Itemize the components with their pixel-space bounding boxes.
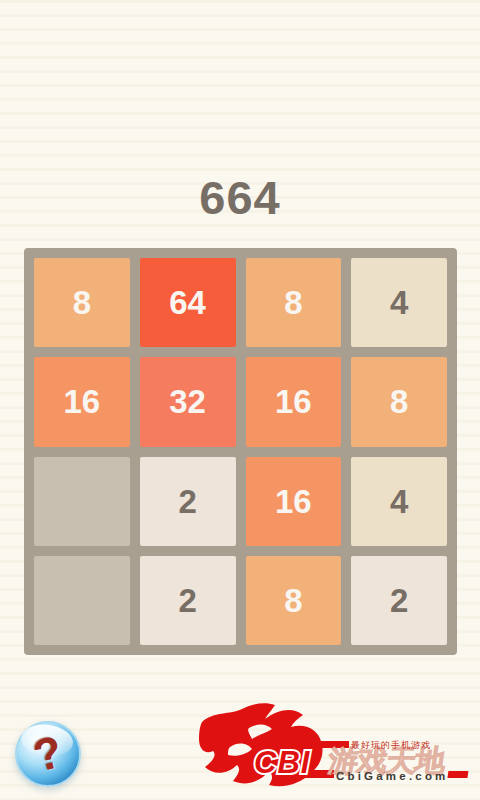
watermark-dash-right [447, 771, 468, 778]
tile-2: 2 [140, 556, 236, 645]
tile-16: 16 [34, 357, 130, 446]
tile-4: 4 [351, 457, 447, 546]
tile-8: 8 [246, 556, 342, 645]
tile-2: 2 [351, 556, 447, 645]
watermark-tagline-cn: 最好玩的手机游戏 [350, 740, 431, 750]
watermark-url-text: CbiGame.com [336, 770, 449, 782]
tile-8: 8 [246, 258, 342, 347]
score-display: 664 [0, 170, 480, 225]
question-mark-icon: ? [12, 721, 85, 786]
tile-16: 16 [246, 457, 342, 546]
tile-64: 64 [140, 258, 236, 347]
empty-cell [34, 556, 130, 645]
watermark-graphic: 游戏天地 最好玩的手机游戏 CBI CbiGame.com [190, 698, 478, 794]
watermark-brand-text: CBI [254, 745, 311, 780]
tile-32: 32 [140, 357, 236, 446]
tile-8: 8 [34, 258, 130, 347]
game-screen: 664 8648416321682164282 ? 游戏天地 最好玩的手机游戏 … [0, 0, 480, 800]
tile-16: 16 [246, 357, 342, 446]
tile-2: 2 [140, 457, 236, 546]
help-button[interactable]: ? [15, 721, 81, 787]
tile-4: 4 [351, 258, 447, 347]
empty-cell [34, 457, 130, 546]
tile-8: 8 [351, 357, 447, 446]
2048-board[interactable]: 8648416321682164282 [24, 248, 457, 655]
cbigame-watermark: 游戏天地 最好玩的手机游戏 CBI CbiGame.com [190, 698, 478, 794]
